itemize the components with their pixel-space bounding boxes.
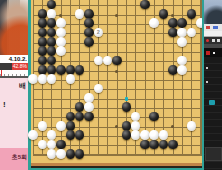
black-stone <box>38 9 48 19</box>
white-stone <box>131 121 141 131</box>
white-stone <box>177 28 187 38</box>
black-stone <box>84 18 94 28</box>
black-stone <box>47 56 57 66</box>
black-stone <box>122 102 132 112</box>
black-stone <box>122 130 132 140</box>
white-stone <box>56 149 66 159</box>
black-stone <box>56 140 66 150</box>
black-stone <box>140 0 150 9</box>
black-stone <box>38 65 48 75</box>
board-gridline <box>33 108 202 109</box>
white-stone <box>131 130 141 140</box>
white-stone <box>28 130 38 140</box>
black-stone <box>38 37 48 47</box>
white-stone <box>47 74 57 84</box>
white-stone <box>149 18 159 28</box>
black-stone <box>66 112 76 122</box>
winrate-bar: 42.8% <box>0 63 28 70</box>
last-move-number: 2 <box>94 29 104 35</box>
sidebar-toolbar[interactable] <box>204 24 222 31</box>
board-gridline <box>33 89 202 90</box>
black-stone <box>47 46 57 56</box>
white-stone <box>56 37 66 47</box>
white-stone <box>177 56 187 66</box>
white-stone <box>84 102 94 112</box>
black-stone <box>168 28 178 38</box>
black-stone <box>47 0 57 9</box>
teal-tool-icon[interactable] <box>209 100 215 105</box>
black-stone <box>47 65 57 75</box>
red-button-icon[interactable] <box>206 26 210 29</box>
white-stone <box>177 37 187 47</box>
black-stone <box>149 140 159 150</box>
move-list-panel[interactable] <box>204 57 222 170</box>
date-label: 4.10.2. <box>0 55 28 63</box>
black-stone <box>38 56 48 66</box>
board-gridline <box>33 5 202 6</box>
white-stone <box>38 121 48 131</box>
white-stone <box>56 18 66 28</box>
black-stone <box>112 56 122 66</box>
black-stone <box>84 28 94 38</box>
board-gridline <box>33 99 202 100</box>
white-stone <box>159 130 169 140</box>
caption-line-2: ! <box>3 100 6 109</box>
black-stone <box>47 18 57 28</box>
board-gridline <box>33 136 202 137</box>
list-dot-icon <box>206 81 208 83</box>
black-stone <box>56 65 66 75</box>
red-status-icon <box>206 51 210 55</box>
white-stone <box>56 46 66 56</box>
white-stone <box>187 28 197 38</box>
black-stone <box>122 121 132 131</box>
black-stone <box>66 65 76 75</box>
black-stone <box>159 140 169 150</box>
black-stone <box>38 18 48 28</box>
black-stone <box>187 9 197 19</box>
black-stone <box>168 65 178 75</box>
winrate-graph <box>0 70 28 78</box>
caption-area: 배 ! <box>0 78 28 148</box>
white-dot-icon <box>213 52 215 54</box>
white-stone <box>103 56 113 66</box>
white-stone <box>38 140 48 150</box>
black-stone <box>66 121 76 131</box>
black-stone <box>84 9 94 19</box>
white-stone <box>94 84 104 94</box>
list-highlight-block <box>205 147 222 161</box>
presenter-photo <box>0 0 28 55</box>
left-caption-panel: 4.10.2. 42.8% 배 ! 초5회 <box>0 0 28 170</box>
white-stone <box>38 74 48 84</box>
black-stone <box>75 112 85 122</box>
list-dot-icon <box>206 67 208 69</box>
secondary-camera-view[interactable] <box>204 0 222 24</box>
white-stone <box>56 121 66 131</box>
white-stone <box>149 130 159 140</box>
status-row <box>204 48 222 57</box>
black-stone <box>177 18 187 28</box>
black-stone <box>75 149 85 159</box>
winrate-value: 42.8% <box>12 63 28 70</box>
white-stone <box>47 140 57 150</box>
ai-suggestion-marker <box>125 97 129 101</box>
black-stone <box>75 102 85 112</box>
winrate-graph-ticks <box>0 74 28 76</box>
window-chrome-bottom <box>31 168 202 170</box>
right-sidebar <box>204 0 222 170</box>
blue-button-icon[interactable] <box>213 26 218 29</box>
white-stone <box>75 9 85 19</box>
record-dot-icon <box>206 39 209 42</box>
white-stone <box>94 56 104 66</box>
record-row[interactable] <box>204 37 222 44</box>
black-stone <box>75 65 85 75</box>
control-square-icon <box>212 39 215 42</box>
winrate-bar-black-segment <box>0 63 12 70</box>
black-stone <box>66 149 76 159</box>
white-stone <box>56 28 66 38</box>
white-stone <box>131 112 141 122</box>
black-stone <box>84 37 94 47</box>
black-stone <box>38 28 48 38</box>
black-stone <box>47 28 57 38</box>
white-stone <box>84 93 94 103</box>
black-stone <box>168 18 178 28</box>
caption-line-1: 배 <box>19 81 26 91</box>
black-stone <box>149 112 159 122</box>
black-stone <box>168 140 178 150</box>
black-stone <box>140 140 150 150</box>
white-stone <box>28 74 38 84</box>
black-stone <box>66 130 76 140</box>
white-stone <box>47 9 57 19</box>
board-gridline <box>33 117 202 118</box>
broadcast-screen: 4.10.2. 42.8% 배 ! 초5회 2 <box>0 0 222 170</box>
go-board[interactable]: 2 <box>31 0 202 170</box>
white-stone <box>187 121 197 131</box>
black-stone <box>47 37 57 47</box>
white-stone <box>177 65 187 75</box>
black-stone <box>84 112 94 122</box>
white-stone <box>140 130 150 140</box>
control-square-icon <box>217 39 220 42</box>
white-stone <box>66 74 76 84</box>
black-stone <box>38 46 48 56</box>
board-gridline <box>33 80 202 81</box>
white-stone <box>47 130 57 140</box>
white-stone <box>47 149 57 159</box>
caption-band: 초5회 <box>0 148 28 170</box>
black-stone <box>159 9 169 19</box>
white-stone-marked: 2 <box>94 28 104 38</box>
black-stone <box>75 130 85 140</box>
